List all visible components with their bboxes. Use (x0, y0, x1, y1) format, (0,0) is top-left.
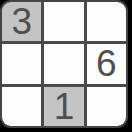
sudoku-cell-r3c3[interactable] (87, 87, 126, 126)
sudoku-cell-r2c1[interactable] (2, 44, 41, 83)
sudoku-cell-r2c3[interactable]: 6 (87, 44, 126, 83)
sudoku-cell-r1c3[interactable] (87, 2, 126, 41)
sudoku-cell-r1c2[interactable] (44, 2, 83, 41)
sudoku-cell-r2c2[interactable] (44, 44, 83, 83)
sudoku-cell-r3c2[interactable]: 1 (44, 87, 83, 126)
sudoku-board: 3 6 1 (0, 0, 128, 128)
sudoku-cell-r3c1[interactable] (2, 87, 41, 126)
sudoku-cell-r1c1[interactable]: 3 (2, 2, 41, 41)
